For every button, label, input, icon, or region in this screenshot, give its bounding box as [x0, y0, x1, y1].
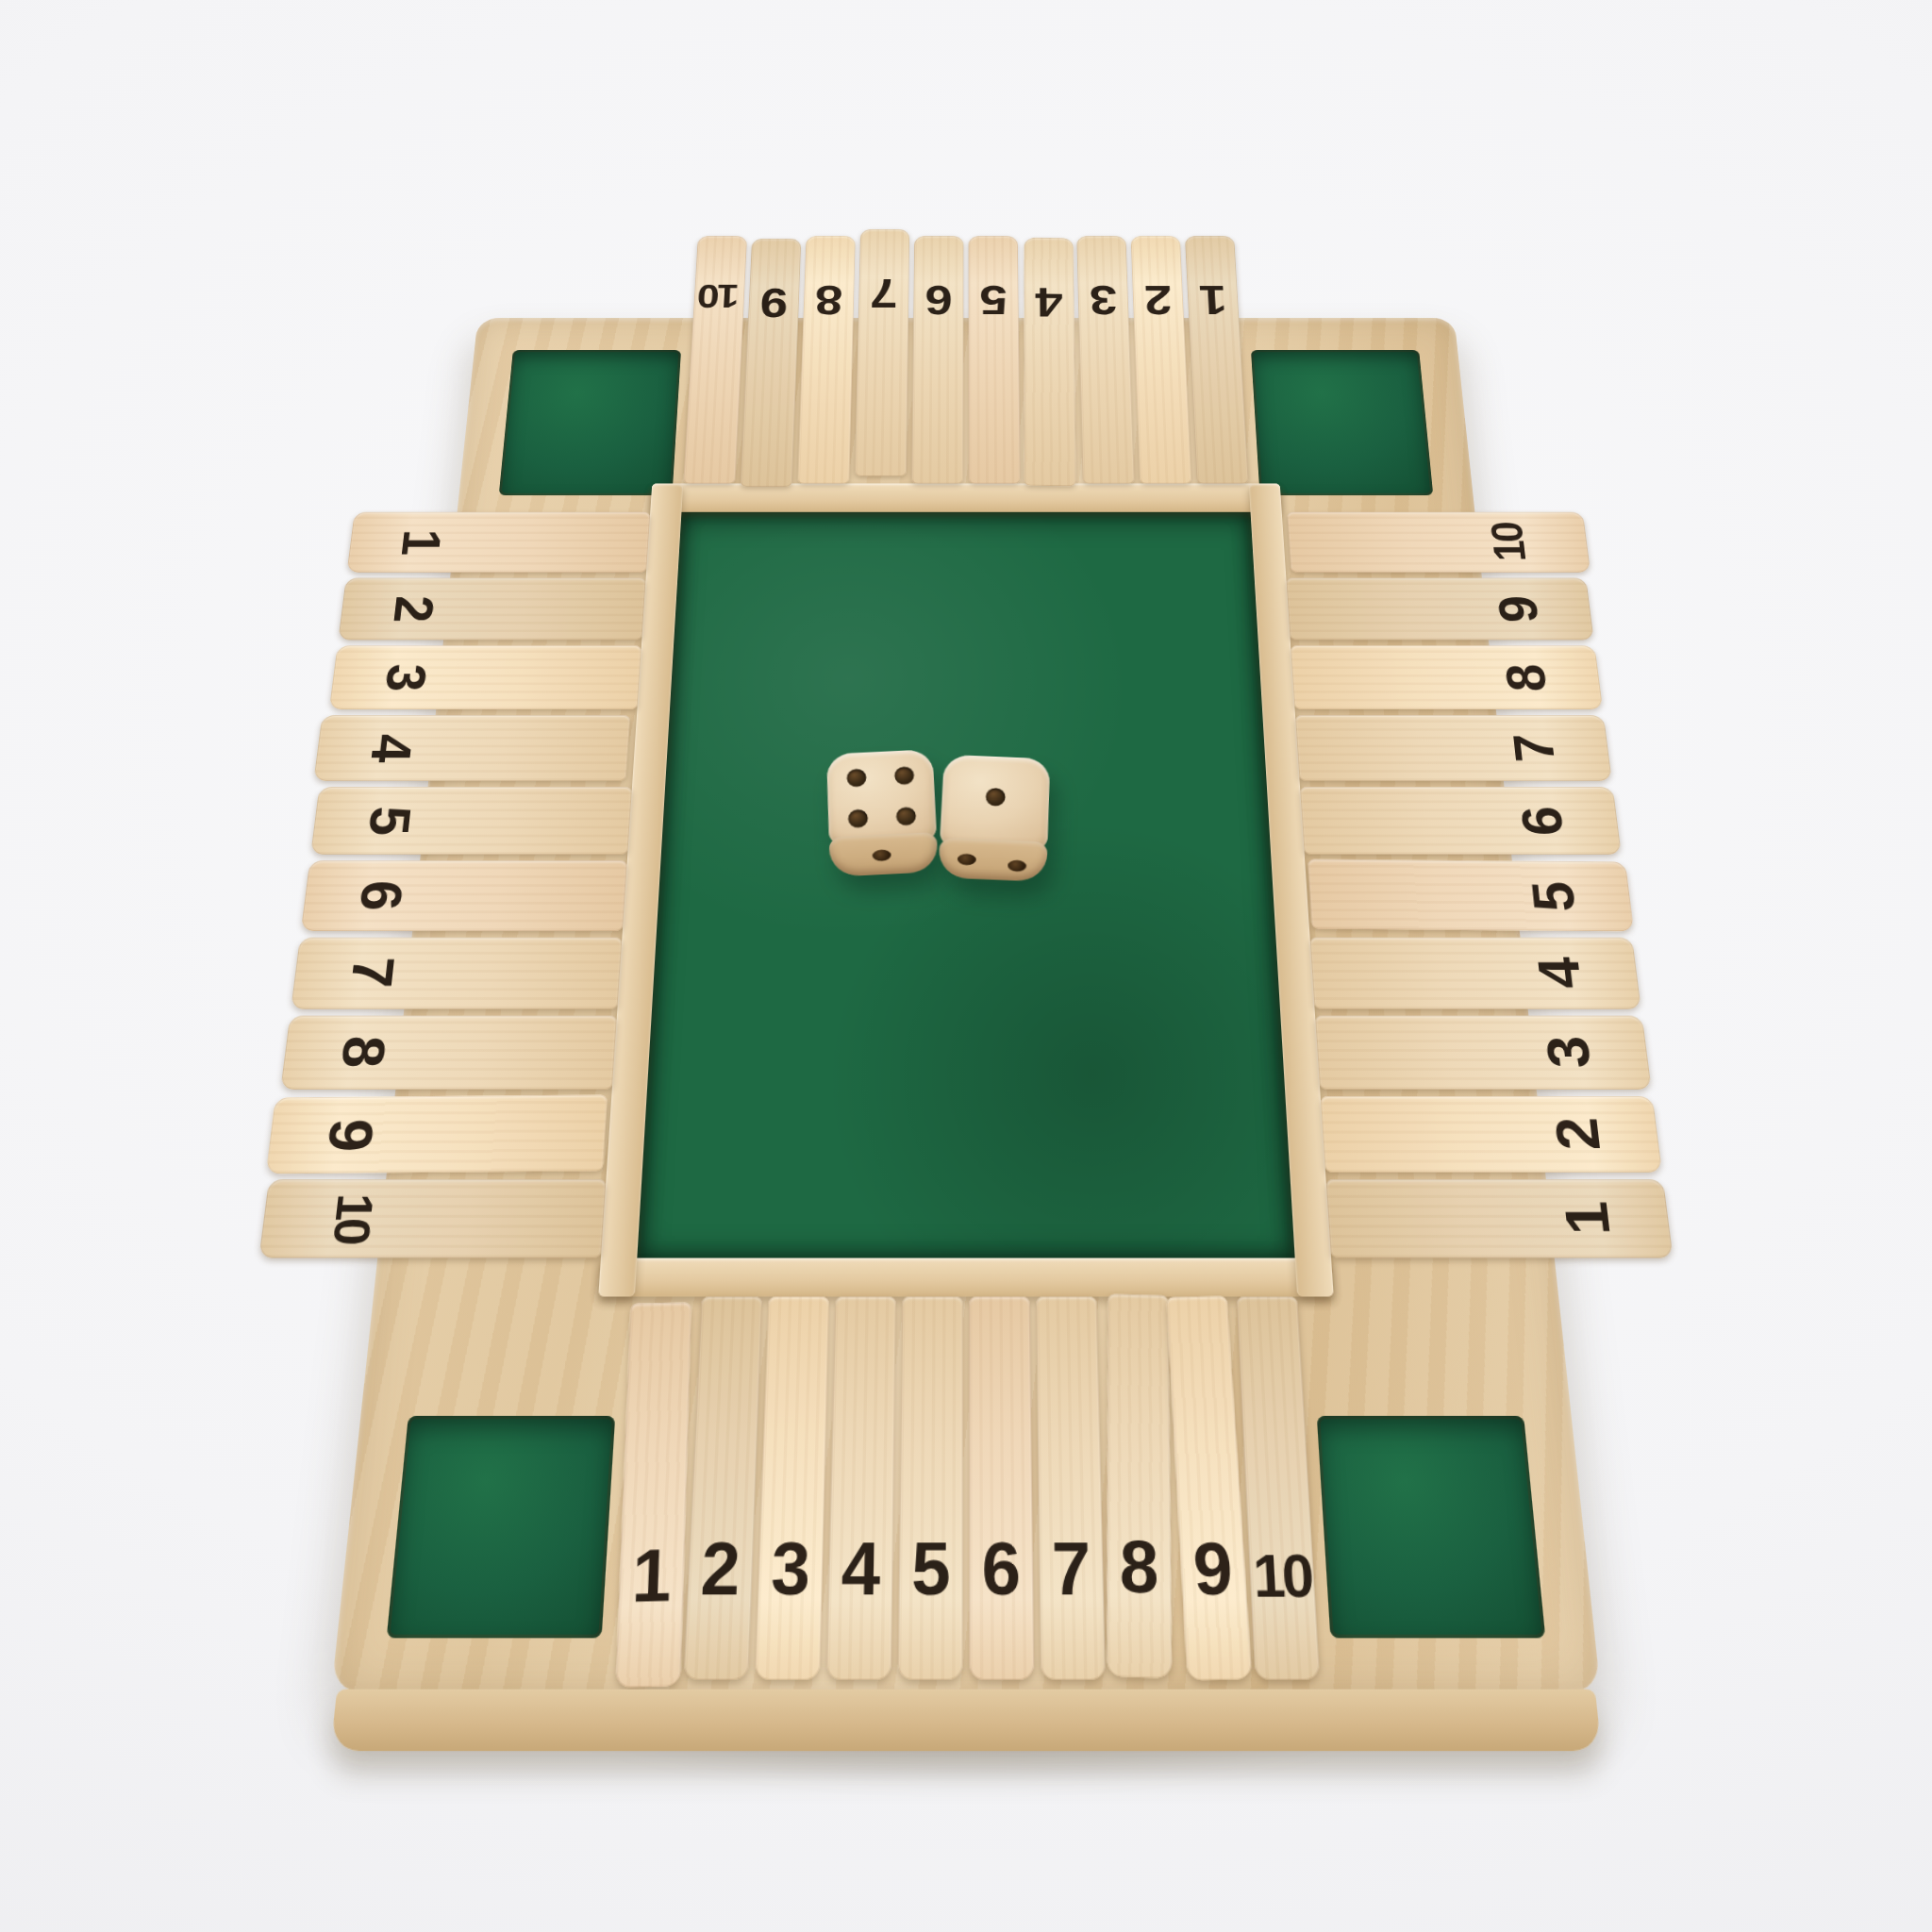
corner-felt-bottom-left	[387, 1416, 615, 1638]
tile-right-3[interactable]: 3	[1315, 1015, 1652, 1090]
tile-left-6[interactable]: 6	[301, 861, 627, 931]
tile-number: 3	[1537, 1036, 1601, 1068]
tile-bottom-1[interactable]: 1	[615, 1302, 691, 1688]
tile-bottom-10[interactable]: 10	[1237, 1296, 1321, 1679]
tile-number: 10	[1252, 1545, 1312, 1607]
tile-number: 2	[1143, 279, 1173, 321]
tile-left-4[interactable]: 4	[313, 715, 630, 781]
tile-right-10[interactable]: 10	[1287, 512, 1591, 573]
tile-right-8[interactable]: 8	[1291, 645, 1603, 709]
tile-number: 1	[1198, 279, 1228, 321]
tile-number: 6	[1511, 806, 1572, 835]
tile-row-left: 12345678910	[258, 512, 650, 1258]
tile-number: 4	[362, 734, 422, 762]
tile-bottom-8[interactable]: 8	[1107, 1293, 1172, 1678]
tile-left-10[interactable]: 10	[258, 1179, 606, 1257]
tile-right-7[interactable]: 7	[1295, 715, 1612, 781]
die-pip	[986, 788, 1006, 807]
tile-left-8[interactable]: 8	[280, 1015, 617, 1090]
tile-right-9[interactable]: 9	[1286, 578, 1593, 641]
die-front-face	[829, 832, 939, 877]
shut-the-box-board: 10987654321 12345678910 12345678910 1098…	[331, 318, 1601, 1691]
tile-bottom-7[interactable]: 7	[1036, 1296, 1106, 1679]
die-front-pip	[958, 854, 976, 866]
tile-bottom-4[interactable]: 4	[826, 1296, 896, 1679]
scene: 10987654321 12345678910 12345678910 1098…	[0, 0, 1932, 1932]
tile-number: 7	[1504, 734, 1563, 762]
hinge-rail-top	[650, 483, 1281, 511]
tile-number: 10	[699, 279, 741, 312]
tile-number: 5	[1523, 881, 1584, 912]
hinge-rail-bottom	[598, 1258, 1334, 1297]
die-pip	[895, 807, 915, 825]
tile-number: 7	[1051, 1531, 1091, 1606]
tile-number: 8	[814, 279, 843, 321]
tile-number: 8	[1120, 1528, 1159, 1604]
tile-number: 8	[1496, 663, 1556, 691]
die-top-face	[940, 755, 1050, 851]
tile-top-7[interactable]: 7	[855, 229, 909, 476]
tile-top-6[interactable]: 6	[911, 236, 963, 483]
tile-right-1[interactable]: 1	[1326, 1179, 1674, 1257]
tile-number: 4	[1035, 281, 1063, 323]
tile-top-9[interactable]: 9	[741, 239, 802, 487]
tile-number: 10	[325, 1193, 380, 1242]
tile-number: 7	[870, 273, 898, 314]
tile-number: 5	[359, 806, 420, 835]
tile-bottom-6[interactable]: 6	[969, 1296, 1034, 1679]
tile-top-5[interactable]: 5	[969, 236, 1021, 483]
felt-center	[637, 512, 1294, 1258]
tile-number: 4	[841, 1531, 881, 1606]
tile-bottom-2[interactable]: 2	[683, 1296, 762, 1679]
die-top-face	[826, 749, 937, 845]
die-left[interactable]	[826, 749, 939, 877]
tile-number: 1	[393, 529, 451, 556]
tile-top-1[interactable]: 1	[1185, 236, 1249, 483]
corner-felt-top-left	[499, 350, 681, 495]
tile-row-right: 10987654321	[1282, 512, 1674, 1258]
tile-number: 6	[351, 880, 412, 910]
tile-number: 6	[981, 1531, 1021, 1606]
tile-number: 1	[1554, 1201, 1620, 1235]
tile-number: 9	[318, 1118, 382, 1152]
tile-number: 3	[376, 663, 436, 691]
tile-number: 3	[770, 1531, 811, 1606]
tile-number: 8	[332, 1036, 396, 1068]
tile-left-9[interactable]: 9	[266, 1094, 608, 1174]
tile-top-8[interactable]: 8	[797, 236, 855, 483]
tile-right-6[interactable]: 6	[1300, 787, 1622, 855]
die-pip	[894, 767, 914, 786]
tile-bottom-3[interactable]: 3	[755, 1296, 829, 1679]
tile-row-bottom: 12345678910	[612, 1296, 1321, 1679]
tile-number: 6	[924, 279, 953, 321]
die-front-pip	[872, 849, 891, 861]
tile-number: 9	[1191, 1531, 1235, 1607]
tile-number: 10	[1485, 524, 1533, 561]
tile-number: 2	[1545, 1117, 1610, 1150]
tile-number: 2	[699, 1531, 741, 1606]
die-pip	[847, 769, 867, 788]
tile-bottom-5[interactable]: 5	[898, 1296, 963, 1679]
tile-number: 9	[759, 282, 789, 324]
die-front-pip	[1007, 859, 1025, 872]
corner-felt-bottom-right	[1317, 1416, 1545, 1638]
tile-top-2[interactable]: 2	[1131, 236, 1192, 483]
tile-right-5[interactable]: 5	[1307, 859, 1634, 932]
tile-left-2[interactable]: 2	[338, 578, 645, 641]
die-pip	[848, 808, 868, 827]
tile-number: 5	[979, 279, 1008, 321]
tile-top-4[interactable]: 4	[1024, 238, 1076, 486]
die-front-face	[938, 838, 1047, 882]
tile-number: 2	[385, 595, 443, 623]
tile-number: 9	[1489, 595, 1547, 623]
tile-left-3[interactable]: 3	[329, 645, 641, 709]
tile-number: 5	[911, 1531, 951, 1606]
tile-top-3[interactable]: 3	[1076, 236, 1134, 483]
tile-left-5[interactable]: 5	[310, 787, 632, 855]
tile-row-top: 10987654321	[683, 236, 1248, 483]
tile-number: 7	[341, 958, 404, 989]
tile-top-10[interactable]: 10	[683, 236, 747, 483]
tile-left-1[interactable]: 1	[347, 512, 651, 573]
die-right[interactable]	[938, 755, 1050, 882]
tile-left-7[interactable]: 7	[291, 937, 622, 1008]
tile-right-2[interactable]: 2	[1321, 1096, 1662, 1173]
tile-number: 1	[631, 1538, 673, 1613]
tile-number: 4	[1528, 958, 1591, 989]
tile-number: 3	[1089, 279, 1118, 321]
tile-right-4[interactable]: 4	[1310, 937, 1641, 1008]
corner-felt-top-right	[1251, 350, 1433, 495]
